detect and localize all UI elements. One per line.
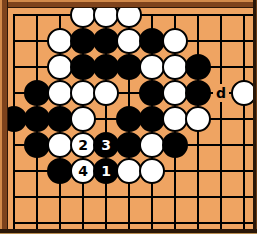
point-label-d: d xyxy=(213,84,229,102)
board-edge-left xyxy=(0,0,8,234)
go-diagram: 1234d xyxy=(0,0,257,234)
white-stone xyxy=(185,106,211,132)
board-edge-top xyxy=(0,0,257,8)
black-stone xyxy=(185,54,211,80)
white-stone xyxy=(162,28,188,54)
image-crop-edge-bottom xyxy=(0,229,257,234)
black-stone xyxy=(162,132,188,158)
white-stone xyxy=(93,80,119,106)
move-1-number: 1 xyxy=(93,158,119,184)
white-stone xyxy=(70,106,96,132)
move-4-number: 4 xyxy=(70,158,96,184)
white-stone xyxy=(139,158,165,184)
image-crop-edge-right xyxy=(253,0,257,234)
grid-line-horizontal xyxy=(13,222,253,224)
black-stone xyxy=(185,80,211,106)
move-3-number: 3 xyxy=(93,132,119,158)
grid-line-horizontal xyxy=(13,196,253,198)
